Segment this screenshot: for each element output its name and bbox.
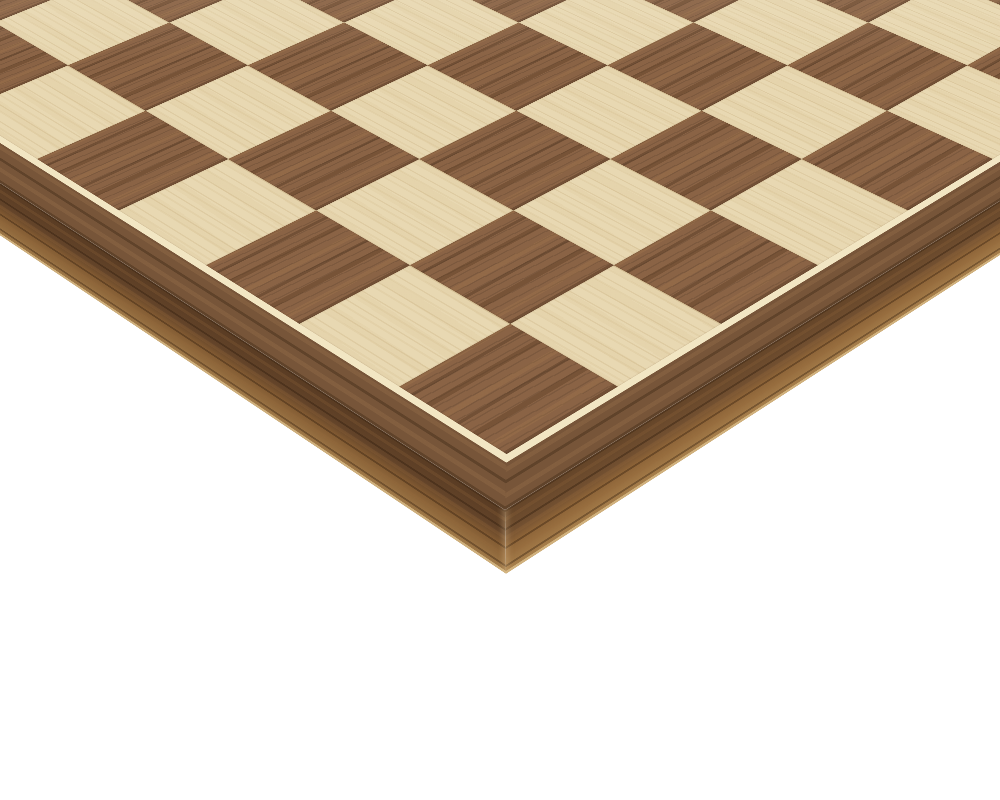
- product-photo-chessboard: [0, 0, 1000, 800]
- board-top-surface: [0, 0, 1000, 510]
- board-scene: [0, 0, 1000, 800]
- board-grid: [0, 0, 1000, 454]
